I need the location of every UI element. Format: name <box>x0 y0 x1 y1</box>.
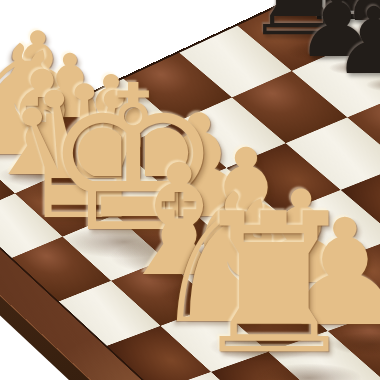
black-pawn[interactable]: ♟ <box>333 0 380 88</box>
white-rook[interactable]: ♜ <box>187 188 360 380</box>
pieces-layer: ♚♞♜♟♟♟♟♟♞♝♟♛♚♟♝♟♟♞♜ <box>0 0 380 380</box>
chess-product-photo: ♚♞♜♟♟♟♟♟♞♝♟♛♚♟♝♟♟♞♜ <box>0 0 380 380</box>
